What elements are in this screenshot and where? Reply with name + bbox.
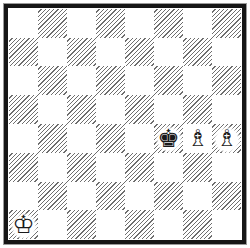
square-f2[interactable] — [154, 182, 183, 211]
square-h2[interactable] — [212, 182, 241, 211]
chess-diagram-frame: ♚♗♗♔ — [4, 4, 246, 244]
square-c8[interactable] — [67, 9, 96, 38]
piece-white-king[interactable]: ♔ — [10, 211, 38, 239]
square-g2[interactable] — [183, 182, 212, 211]
square-e2[interactable] — [125, 182, 154, 211]
square-h3[interactable] — [212, 153, 241, 182]
square-d7[interactable] — [96, 38, 125, 67]
square-g8[interactable] — [183, 9, 212, 38]
square-f4[interactable]: ♚ — [154, 124, 183, 153]
square-e8[interactable] — [125, 9, 154, 38]
square-d4[interactable] — [96, 124, 125, 153]
square-a7[interactable] — [9, 38, 38, 67]
square-b1[interactable] — [38, 210, 67, 239]
square-c6[interactable] — [67, 66, 96, 95]
square-g3[interactable] — [183, 153, 212, 182]
square-c3[interactable] — [67, 153, 96, 182]
square-g1[interactable] — [183, 210, 212, 239]
square-g6[interactable] — [183, 66, 212, 95]
square-e7[interactable] — [125, 38, 154, 67]
square-d5[interactable] — [96, 95, 125, 124]
square-h6[interactable] — [212, 66, 241, 95]
square-f5[interactable] — [154, 95, 183, 124]
square-h7[interactable] — [212, 38, 241, 67]
square-b3[interactable] — [38, 153, 67, 182]
square-d8[interactable] — [96, 9, 125, 38]
square-a3[interactable] — [9, 153, 38, 182]
square-f3[interactable] — [154, 153, 183, 182]
square-a6[interactable] — [9, 66, 38, 95]
square-h1[interactable] — [212, 210, 241, 239]
square-a2[interactable] — [9, 182, 38, 211]
square-f1[interactable] — [154, 210, 183, 239]
square-c5[interactable] — [67, 95, 96, 124]
square-h4[interactable]: ♗ — [212, 124, 241, 153]
square-d3[interactable] — [96, 153, 125, 182]
square-f6[interactable] — [154, 66, 183, 95]
square-g5[interactable] — [183, 95, 212, 124]
square-h5[interactable] — [212, 95, 241, 124]
chess-board: ♚♗♗♔ — [9, 9, 241, 239]
square-c2[interactable] — [67, 182, 96, 211]
piece-white-bishop[interactable]: ♗ — [184, 124, 212, 153]
square-f7[interactable] — [154, 38, 183, 67]
square-g7[interactable] — [183, 38, 212, 67]
square-b7[interactable] — [38, 38, 67, 67]
square-d1[interactable] — [96, 210, 125, 239]
square-e4[interactable] — [125, 124, 154, 153]
square-a8[interactable] — [9, 9, 38, 38]
square-g4[interactable]: ♗ — [183, 124, 212, 153]
square-e5[interactable] — [125, 95, 154, 124]
square-b4[interactable] — [38, 124, 67, 153]
square-c7[interactable] — [67, 38, 96, 67]
square-c4[interactable] — [67, 124, 96, 153]
square-d2[interactable] — [96, 182, 125, 211]
square-c1[interactable] — [67, 210, 96, 239]
square-e3[interactable] — [125, 153, 154, 182]
square-b6[interactable] — [38, 66, 67, 95]
square-b5[interactable] — [38, 95, 67, 124]
square-a1[interactable]: ♔ — [9, 210, 38, 239]
square-h8[interactable] — [212, 9, 241, 38]
square-d6[interactable] — [96, 66, 125, 95]
square-b2[interactable] — [38, 182, 67, 211]
square-e6[interactable] — [125, 66, 154, 95]
square-a5[interactable] — [9, 95, 38, 124]
square-b8[interactable] — [38, 9, 67, 38]
square-f8[interactable] — [154, 9, 183, 38]
piece-white-bishop[interactable]: ♗ — [213, 124, 241, 153]
square-e1[interactable] — [125, 210, 154, 239]
square-a4[interactable] — [9, 124, 38, 153]
piece-black-king[interactable]: ♚ — [155, 124, 183, 152]
